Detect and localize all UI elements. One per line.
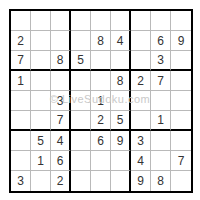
cell-r5c7[interactable] (131, 91, 151, 111)
cell-r1c1[interactable] (11, 11, 31, 31)
cell-r7c9[interactable] (171, 131, 191, 151)
cell-r4c1[interactable]: 1 (11, 71, 31, 91)
cell-r1c5[interactable] (91, 11, 111, 31)
cell-r4c2[interactable] (31, 71, 51, 91)
cell-r9c8[interactable]: 8 (151, 171, 171, 191)
cell-r1c8[interactable] (151, 11, 171, 31)
cell-r7c1[interactable] (11, 131, 31, 151)
cell-r3c4[interactable]: 5 (71, 51, 91, 71)
cell-r4c4[interactable] (71, 71, 91, 91)
cell-r5c3[interactable]: 3 (51, 91, 71, 111)
cell-r6c6[interactable]: 5 (111, 111, 131, 131)
cell-r7c8[interactable] (151, 131, 171, 151)
cell-r6c7[interactable] (131, 111, 151, 131)
cell-r4c8[interactable]: 7 (151, 71, 171, 91)
cell-r9c5[interactable] (91, 171, 111, 191)
cell-r8c9[interactable]: 7 (171, 151, 191, 171)
cell-r5c6[interactable] (111, 91, 131, 111)
cell-r6c5[interactable]: 2 (91, 111, 111, 131)
cell-r8c7[interactable]: 4 (131, 151, 151, 171)
cell-r3c8[interactable]: 3 (151, 51, 171, 71)
cell-r4c3[interactable] (51, 71, 71, 91)
cell-r8c3[interactable]: 6 (51, 151, 71, 171)
cell-r3c1[interactable]: 7 (11, 51, 31, 71)
cell-r2c9[interactable]: 9 (171, 31, 191, 51)
cell-r8c5[interactable] (91, 151, 111, 171)
cell-r2c5[interactable]: 8 (91, 31, 111, 51)
cell-r7c2[interactable]: 5 (31, 131, 51, 151)
cell-r9c9[interactable] (171, 171, 191, 191)
cell-r7c5[interactable]: 6 (91, 131, 111, 151)
cell-r7c4[interactable] (71, 131, 91, 151)
cell-r9c7[interactable]: 9 (131, 171, 151, 191)
cell-r4c5[interactable] (91, 71, 111, 91)
cell-r2c7[interactable] (131, 31, 151, 51)
sudoku-puzzle: 28469785318273172515469316473298 © LiveS… (0, 0, 200, 200)
cell-r5c4[interactable] (71, 91, 91, 111)
cell-r3c5[interactable] (91, 51, 111, 71)
cell-r9c3[interactable]: 2 (51, 171, 71, 191)
cell-r1c4[interactable] (71, 11, 91, 31)
cell-r2c6[interactable]: 4 (111, 31, 131, 51)
cell-r4c7[interactable]: 2 (131, 71, 151, 91)
cell-r8c1[interactable] (11, 151, 31, 171)
cell-r9c2[interactable] (31, 171, 51, 191)
cell-r3c3[interactable]: 8 (51, 51, 71, 71)
cell-r1c2[interactable] (31, 11, 51, 31)
cell-r2c4[interactable] (71, 31, 91, 51)
cell-r7c3[interactable]: 4 (51, 131, 71, 151)
cell-r9c4[interactable] (71, 171, 91, 191)
cell-r1c6[interactable] (111, 11, 131, 31)
cell-r9c6[interactable] (111, 171, 131, 191)
cell-r5c2[interactable] (31, 91, 51, 111)
cell-r5c5[interactable]: 1 (91, 91, 111, 111)
cell-r8c4[interactable] (71, 151, 91, 171)
cell-r1c3[interactable] (51, 11, 71, 31)
cell-r8c8[interactable] (151, 151, 171, 171)
cell-r2c8[interactable]: 6 (151, 31, 171, 51)
cell-r2c2[interactable] (31, 31, 51, 51)
cell-r6c1[interactable] (11, 111, 31, 131)
cell-r8c2[interactable]: 1 (31, 151, 51, 171)
cell-r2c3[interactable] (51, 31, 71, 51)
cell-r6c8[interactable]: 1 (151, 111, 171, 131)
cell-r7c7[interactable]: 3 (131, 131, 151, 151)
cell-r4c9[interactable] (171, 71, 191, 91)
cell-r7c6[interactable]: 9 (111, 131, 131, 151)
cell-r3c6[interactable] (111, 51, 131, 71)
cell-r4c6[interactable]: 8 (111, 71, 131, 91)
cell-r6c4[interactable] (71, 111, 91, 131)
cell-r8c6[interactable] (111, 151, 131, 171)
cell-r5c8[interactable] (151, 91, 171, 111)
cell-r6c2[interactable] (31, 111, 51, 131)
cell-r9c1[interactable]: 3 (11, 171, 31, 191)
cell-r1c7[interactable] (131, 11, 151, 31)
cell-r3c9[interactable] (171, 51, 191, 71)
cell-r3c2[interactable] (31, 51, 51, 71)
cell-r3c7[interactable] (131, 51, 151, 71)
cell-r1c9[interactable] (171, 11, 191, 31)
sudoku-board: 28469785318273172515469316473298 (9, 9, 193, 193)
cell-r2c1[interactable]: 2 (11, 31, 31, 51)
cell-r5c1[interactable] (11, 91, 31, 111)
cell-r6c3[interactable]: 7 (51, 111, 71, 131)
cell-r5c9[interactable] (171, 91, 191, 111)
cell-r6c9[interactable] (171, 111, 191, 131)
